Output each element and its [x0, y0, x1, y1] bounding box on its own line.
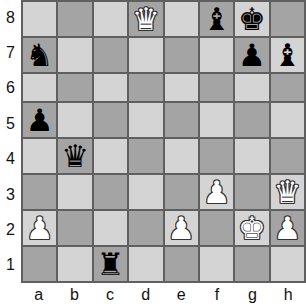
file-label-g: g	[235, 283, 271, 306]
square-b1[interactable]	[57, 246, 92, 282]
square-a2[interactable]: ♟	[22, 210, 57, 246]
square-h3[interactable]: ♛	[270, 174, 305, 210]
piece-white-pawn[interactable]: ♟	[167, 211, 195, 245]
square-f5[interactable]	[199, 102, 234, 138]
rank-label-8: 8	[0, 0, 21, 35]
square-g3[interactable]	[234, 174, 269, 210]
square-e7[interactable]	[164, 37, 199, 73]
square-a8[interactable]	[22, 1, 57, 37]
square-b4[interactable]: ♛	[57, 138, 92, 174]
square-b3[interactable]	[57, 174, 92, 210]
square-g7[interactable]: ♟	[234, 37, 269, 73]
file-label-d: d	[128, 283, 164, 306]
piece-white-pawn[interactable]: ♟	[273, 211, 301, 245]
piece-white-queen[interactable]: ♛	[273, 175, 301, 209]
chess-board: ♛♝♚♞♟♝♟♛♟♛♟♟♚♟♜	[21, 0, 306, 283]
piece-black-pawn[interactable]: ♟	[26, 103, 54, 137]
piece-black-rook[interactable]: ♜	[97, 247, 125, 281]
rank-labels: 87654321	[0, 0, 21, 283]
square-c5[interactable]	[93, 102, 128, 138]
file-label-c: c	[92, 283, 128, 306]
square-c1[interactable]: ♜	[93, 246, 128, 282]
square-a6[interactable]	[22, 73, 57, 102]
file-label-e: e	[164, 283, 200, 306]
square-f2[interactable]	[199, 210, 234, 246]
rank-label-2: 2	[0, 212, 21, 247]
square-d1[interactable]	[128, 246, 163, 282]
piece-white-king[interactable]: ♚	[238, 211, 266, 245]
square-d4[interactable]	[128, 138, 163, 174]
square-h8[interactable]	[270, 1, 305, 37]
square-h4[interactable]	[270, 138, 305, 174]
square-b8[interactable]	[57, 1, 92, 37]
square-d2[interactable]	[128, 210, 163, 246]
square-d6[interactable]	[128, 73, 163, 102]
piece-black-bishop[interactable]: ♝	[273, 38, 301, 72]
piece-black-king[interactable]: ♚	[238, 2, 266, 36]
square-g6[interactable]	[234, 73, 269, 102]
square-f8[interactable]: ♝	[199, 1, 234, 37]
square-c6[interactable]	[93, 73, 128, 102]
square-e1[interactable]	[164, 246, 199, 282]
square-a3[interactable]	[22, 174, 57, 210]
square-f7[interactable]	[199, 37, 234, 73]
piece-white-queen[interactable]: ♛	[132, 2, 160, 36]
square-a1[interactable]	[22, 246, 57, 282]
file-label-b: b	[57, 283, 93, 306]
piece-white-pawn[interactable]: ♟	[203, 175, 231, 209]
square-e8[interactable]	[164, 1, 199, 37]
square-b6[interactable]	[57, 73, 92, 102]
square-e2[interactable]: ♟	[164, 210, 199, 246]
piece-black-bishop[interactable]: ♝	[203, 2, 231, 36]
square-g8[interactable]: ♚	[234, 1, 269, 37]
piece-black-pawn[interactable]: ♟	[238, 38, 266, 72]
square-f6[interactable]	[199, 73, 234, 102]
square-g1[interactable]	[234, 246, 269, 282]
rank-label-6: 6	[0, 71, 21, 106]
square-b5[interactable]	[57, 102, 92, 138]
file-label-f: f	[199, 283, 235, 306]
square-h2[interactable]: ♟	[270, 210, 305, 246]
square-a4[interactable]	[22, 138, 57, 174]
square-h1[interactable]	[270, 246, 305, 282]
square-g4[interactable]	[234, 138, 269, 174]
square-g5[interactable]	[234, 102, 269, 138]
file-labels: abcdefgh	[21, 283, 306, 306]
chess-diagram: 87654321 ♛♝♚♞♟♝♟♛♟♛♟♟♚♟♜ abcdefgh	[0, 0, 306, 306]
piece-black-knight[interactable]: ♞	[26, 38, 54, 72]
square-b2[interactable]	[57, 210, 92, 246]
file-label-h: h	[270, 283, 306, 306]
rank-label-4: 4	[0, 142, 21, 177]
square-h5[interactable]	[270, 102, 305, 138]
square-a5[interactable]: ♟	[22, 102, 57, 138]
rank-label-5: 5	[0, 106, 21, 141]
square-b7[interactable]	[57, 37, 92, 73]
square-a7[interactable]: ♞	[22, 37, 57, 73]
square-d3[interactable]	[128, 174, 163, 210]
square-f3[interactable]: ♟	[199, 174, 234, 210]
rank-label-7: 7	[0, 35, 21, 70]
piece-white-pawn[interactable]: ♟	[26, 211, 54, 245]
square-h7[interactable]: ♝	[270, 37, 305, 73]
rank-label-3: 3	[0, 177, 21, 212]
square-e6[interactable]	[164, 73, 199, 102]
square-h6[interactable]	[270, 73, 305, 102]
square-c8[interactable]	[93, 1, 128, 37]
square-f4[interactable]	[199, 138, 234, 174]
square-c3[interactable]	[93, 174, 128, 210]
square-f1[interactable]	[199, 246, 234, 282]
square-d5[interactable]	[128, 102, 163, 138]
square-g2[interactable]: ♚	[234, 210, 269, 246]
square-d8[interactable]: ♛	[128, 1, 163, 37]
square-d7[interactable]	[128, 37, 163, 73]
square-c7[interactable]	[93, 37, 128, 73]
square-c2[interactable]	[93, 210, 128, 246]
file-label-a: a	[21, 283, 57, 306]
piece-black-queen[interactable]: ♛	[61, 139, 89, 173]
rank-label-1: 1	[0, 248, 21, 283]
square-e3[interactable]	[164, 174, 199, 210]
square-c4[interactable]	[93, 138, 128, 174]
square-e5[interactable]	[164, 102, 199, 138]
square-e4[interactable]	[164, 138, 199, 174]
